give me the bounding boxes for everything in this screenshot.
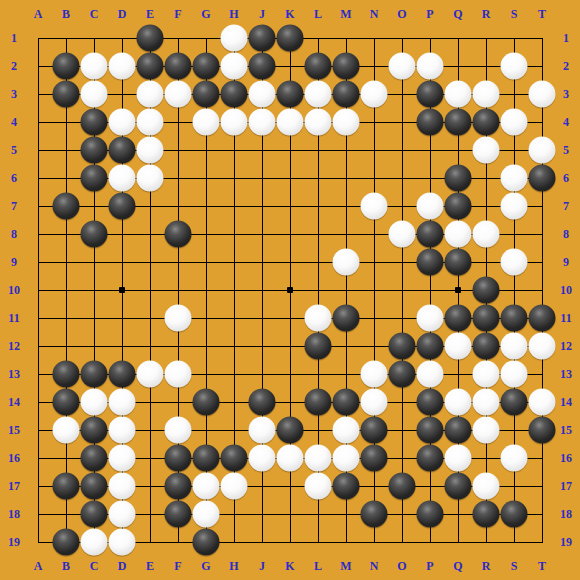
stone-black-Q17[interactable] bbox=[445, 473, 472, 500]
stone-white-D4[interactable] bbox=[109, 109, 136, 136]
row-label-left: 10 bbox=[8, 284, 20, 296]
stone-black-O13[interactable] bbox=[389, 361, 416, 388]
column-label-bottom: T bbox=[538, 560, 546, 572]
stone-white-P11[interactable] bbox=[417, 305, 444, 332]
stone-black-Q9[interactable] bbox=[445, 249, 472, 276]
stone-black-B3[interactable] bbox=[53, 81, 80, 108]
column-label-bottom: F bbox=[174, 560, 181, 572]
stone-black-C13[interactable] bbox=[81, 361, 108, 388]
column-label-bottom: R bbox=[482, 560, 491, 572]
stone-black-C16[interactable] bbox=[81, 445, 108, 472]
go-board[interactable]: AABBCCDDEEFFGGHHJJKKLLMMNNOOPPQQRRSSTT11… bbox=[0, 0, 580, 580]
stone-black-L2[interactable] bbox=[305, 53, 332, 80]
column-label-top: K bbox=[285, 8, 294, 20]
stone-white-Q16[interactable] bbox=[445, 445, 472, 472]
stone-white-C14[interactable] bbox=[81, 389, 108, 416]
stone-black-P8[interactable] bbox=[417, 221, 444, 248]
stone-white-H2[interactable] bbox=[221, 53, 248, 80]
row-label-right: 7 bbox=[563, 200, 569, 212]
row-label-right: 15 bbox=[560, 424, 572, 436]
row-label-right: 8 bbox=[563, 228, 569, 240]
stone-white-E5[interactable] bbox=[137, 137, 164, 164]
stone-white-P7[interactable] bbox=[417, 193, 444, 220]
stone-black-B2[interactable] bbox=[53, 53, 80, 80]
column-label-top: D bbox=[118, 8, 127, 20]
stone-white-S12[interactable] bbox=[501, 333, 528, 360]
stone-white-S7[interactable] bbox=[501, 193, 528, 220]
column-label-bottom: G bbox=[201, 560, 210, 572]
row-label-left: 17 bbox=[8, 480, 20, 492]
stone-black-T6[interactable] bbox=[529, 165, 556, 192]
row-label-right: 1 bbox=[563, 32, 569, 44]
grid-line-vertical bbox=[542, 38, 543, 543]
stone-white-E4[interactable] bbox=[137, 109, 164, 136]
stone-white-D15[interactable] bbox=[109, 417, 136, 444]
stone-white-J15[interactable] bbox=[249, 417, 276, 444]
stone-black-P16[interactable] bbox=[417, 445, 444, 472]
stone-white-J16[interactable] bbox=[249, 445, 276, 472]
stone-white-S16[interactable] bbox=[501, 445, 528, 472]
stone-black-J1[interactable] bbox=[249, 25, 276, 52]
stone-white-G18[interactable] bbox=[193, 501, 220, 528]
column-label-top: H bbox=[229, 8, 238, 20]
stone-black-T15[interactable] bbox=[529, 417, 556, 444]
row-label-left: 2 bbox=[11, 60, 17, 72]
stone-white-L3[interactable] bbox=[305, 81, 332, 108]
row-label-left: 16 bbox=[8, 452, 20, 464]
row-label-left: 14 bbox=[8, 396, 20, 408]
stone-white-T5[interactable] bbox=[529, 137, 556, 164]
column-label-bottom: J bbox=[259, 560, 265, 572]
stone-white-E6[interactable] bbox=[137, 165, 164, 192]
stone-black-P4[interactable] bbox=[417, 109, 444, 136]
stone-white-R14[interactable] bbox=[473, 389, 500, 416]
stone-black-C6[interactable] bbox=[81, 165, 108, 192]
stone-black-C4[interactable] bbox=[81, 109, 108, 136]
stone-white-S6[interactable] bbox=[501, 165, 528, 192]
stone-black-O12[interactable] bbox=[389, 333, 416, 360]
stone-black-R10[interactable] bbox=[473, 277, 500, 304]
stone-black-S18[interactable] bbox=[501, 501, 528, 528]
row-label-right: 17 bbox=[560, 480, 572, 492]
stone-black-F18[interactable] bbox=[165, 501, 192, 528]
stone-white-K4[interactable] bbox=[277, 109, 304, 136]
column-label-top: Q bbox=[453, 8, 462, 20]
row-label-right: 10 bbox=[560, 284, 572, 296]
stone-black-R12[interactable] bbox=[473, 333, 500, 360]
column-label-bottom: B bbox=[62, 560, 70, 572]
column-label-bottom: L bbox=[314, 560, 322, 572]
stone-black-M11[interactable] bbox=[333, 305, 360, 332]
row-label-right: 12 bbox=[560, 340, 572, 352]
stone-white-R8[interactable] bbox=[473, 221, 500, 248]
column-label-bottom: H bbox=[229, 560, 238, 572]
stone-white-C19[interactable] bbox=[81, 529, 108, 556]
stone-black-P14[interactable] bbox=[417, 389, 444, 416]
row-label-left: 4 bbox=[11, 116, 17, 128]
column-label-top: C bbox=[90, 8, 99, 20]
column-label-top: S bbox=[511, 8, 518, 20]
column-label-top: O bbox=[397, 8, 406, 20]
stone-white-H4[interactable] bbox=[221, 109, 248, 136]
star-point-Q10 bbox=[455, 287, 461, 293]
stone-white-T14[interactable] bbox=[529, 389, 556, 416]
row-label-right: 2 bbox=[563, 60, 569, 72]
row-label-left: 19 bbox=[8, 536, 20, 548]
grid-line-vertical bbox=[402, 38, 403, 543]
column-label-top: N bbox=[370, 8, 379, 20]
column-label-bottom: E bbox=[146, 560, 154, 572]
stone-white-R13[interactable] bbox=[473, 361, 500, 388]
stone-white-D16[interactable] bbox=[109, 445, 136, 472]
stone-white-F3[interactable] bbox=[165, 81, 192, 108]
stone-white-L11[interactable] bbox=[305, 305, 332, 332]
row-label-left: 18 bbox=[8, 508, 20, 520]
row-label-right: 9 bbox=[563, 256, 569, 268]
column-label-bottom: C bbox=[90, 560, 99, 572]
stone-black-M14[interactable] bbox=[333, 389, 360, 416]
stone-black-P18[interactable] bbox=[417, 501, 444, 528]
row-label-right: 13 bbox=[560, 368, 572, 380]
column-label-top: J bbox=[259, 8, 265, 20]
stone-white-N14[interactable] bbox=[361, 389, 388, 416]
stone-white-T3[interactable] bbox=[529, 81, 556, 108]
stone-black-F17[interactable] bbox=[165, 473, 192, 500]
stone-black-J2[interactable] bbox=[249, 53, 276, 80]
stone-white-Q12[interactable] bbox=[445, 333, 472, 360]
stone-white-M16[interactable] bbox=[333, 445, 360, 472]
column-label-top: T bbox=[538, 8, 546, 20]
stone-black-C15[interactable] bbox=[81, 417, 108, 444]
stone-black-Q11[interactable] bbox=[445, 305, 472, 332]
stone-white-N3[interactable] bbox=[361, 81, 388, 108]
column-label-top: R bbox=[482, 8, 491, 20]
stone-white-T12[interactable] bbox=[529, 333, 556, 360]
column-label-top: P bbox=[426, 8, 433, 20]
row-label-left: 9 bbox=[11, 256, 17, 268]
stone-black-B14[interactable] bbox=[53, 389, 80, 416]
row-label-right: 11 bbox=[560, 312, 571, 324]
stone-black-T11[interactable] bbox=[529, 305, 556, 332]
stone-white-Q14[interactable] bbox=[445, 389, 472, 416]
stone-white-Q8[interactable] bbox=[445, 221, 472, 248]
stone-white-N13[interactable] bbox=[361, 361, 388, 388]
stone-black-K3[interactable] bbox=[277, 81, 304, 108]
stone-white-R3[interactable] bbox=[473, 81, 500, 108]
stone-black-C18[interactable] bbox=[81, 501, 108, 528]
stone-black-H16[interactable] bbox=[221, 445, 248, 472]
stone-black-Q4[interactable] bbox=[445, 109, 472, 136]
stone-black-R18[interactable] bbox=[473, 501, 500, 528]
row-label-left: 12 bbox=[8, 340, 20, 352]
column-label-bottom: D bbox=[118, 560, 127, 572]
row-label-right: 3 bbox=[563, 88, 569, 100]
row-label-left: 15 bbox=[8, 424, 20, 436]
row-label-right: 16 bbox=[560, 452, 572, 464]
stone-black-G16[interactable] bbox=[193, 445, 220, 472]
stone-white-K16[interactable] bbox=[277, 445, 304, 472]
stone-white-E3[interactable] bbox=[137, 81, 164, 108]
row-label-left: 5 bbox=[11, 144, 17, 156]
row-label-right: 4 bbox=[563, 116, 569, 128]
stone-white-D17[interactable] bbox=[109, 473, 136, 500]
stone-black-P12[interactable] bbox=[417, 333, 444, 360]
row-label-right: 18 bbox=[560, 508, 572, 520]
stone-black-K15[interactable] bbox=[277, 417, 304, 444]
column-label-top: M bbox=[340, 8, 351, 20]
stone-black-D7[interactable] bbox=[109, 193, 136, 220]
star-point-D10 bbox=[119, 287, 125, 293]
column-label-bottom: O bbox=[397, 560, 406, 572]
stone-white-S4[interactable] bbox=[501, 109, 528, 136]
column-label-top: A bbox=[34, 8, 43, 20]
stone-black-G3[interactable] bbox=[193, 81, 220, 108]
stone-white-L16[interactable] bbox=[305, 445, 332, 472]
row-label-right: 6 bbox=[563, 172, 569, 184]
column-label-top: G bbox=[201, 8, 210, 20]
row-label-left: 13 bbox=[8, 368, 20, 380]
stone-white-R5[interactable] bbox=[473, 137, 500, 164]
stone-white-S9[interactable] bbox=[501, 249, 528, 276]
row-label-right: 5 bbox=[563, 144, 569, 156]
row-label-right: 14 bbox=[560, 396, 572, 408]
row-label-left: 3 bbox=[11, 88, 17, 100]
row-label-left: 1 bbox=[11, 32, 17, 44]
stone-black-F2[interactable] bbox=[165, 53, 192, 80]
row-label-right: 19 bbox=[560, 536, 572, 548]
column-label-bottom: S bbox=[511, 560, 518, 572]
stone-black-P9[interactable] bbox=[417, 249, 444, 276]
stone-white-Q3[interactable] bbox=[445, 81, 472, 108]
stone-black-F8[interactable] bbox=[165, 221, 192, 248]
stone-black-K1[interactable] bbox=[277, 25, 304, 52]
stone-black-Q15[interactable] bbox=[445, 417, 472, 444]
star-point-K10 bbox=[287, 287, 293, 293]
row-label-left: 11 bbox=[8, 312, 19, 324]
stone-black-S11[interactable] bbox=[501, 305, 528, 332]
stone-white-L17[interactable] bbox=[305, 473, 332, 500]
column-label-top: L bbox=[314, 8, 322, 20]
row-label-left: 8 bbox=[11, 228, 17, 240]
stone-black-R11[interactable] bbox=[473, 305, 500, 332]
stone-white-H17[interactable] bbox=[221, 473, 248, 500]
stone-white-D2[interactable] bbox=[109, 53, 136, 80]
stone-white-M9[interactable] bbox=[333, 249, 360, 276]
stone-white-F13[interactable] bbox=[165, 361, 192, 388]
stone-white-M15[interactable] bbox=[333, 417, 360, 444]
stone-black-C17[interactable] bbox=[81, 473, 108, 500]
row-label-left: 7 bbox=[11, 200, 17, 212]
stone-black-Q6[interactable] bbox=[445, 165, 472, 192]
stone-black-D5[interactable] bbox=[109, 137, 136, 164]
stone-white-C2[interactable] bbox=[81, 53, 108, 80]
stone-black-E1[interactable] bbox=[137, 25, 164, 52]
stone-white-S13[interactable] bbox=[501, 361, 528, 388]
stone-black-M3[interactable] bbox=[333, 81, 360, 108]
stone-black-R4[interactable] bbox=[473, 109, 500, 136]
row-label-left: 6 bbox=[11, 172, 17, 184]
stone-black-H3[interactable] bbox=[221, 81, 248, 108]
stone-white-D6[interactable] bbox=[109, 165, 136, 192]
stone-white-B15[interactable] bbox=[53, 417, 80, 444]
stone-white-R15[interactable] bbox=[473, 417, 500, 444]
stone-black-B13[interactable] bbox=[53, 361, 80, 388]
column-label-bottom: M bbox=[340, 560, 351, 572]
stone-white-F11[interactable] bbox=[165, 305, 192, 332]
stone-white-O2[interactable] bbox=[389, 53, 416, 80]
stone-white-L4[interactable] bbox=[305, 109, 332, 136]
stone-black-G14[interactable] bbox=[193, 389, 220, 416]
stone-black-C5[interactable] bbox=[81, 137, 108, 164]
stone-white-R17[interactable] bbox=[473, 473, 500, 500]
stone-black-E2[interactable] bbox=[137, 53, 164, 80]
stone-white-D18[interactable] bbox=[109, 501, 136, 528]
stone-white-J3[interactable] bbox=[249, 81, 276, 108]
stone-white-M4[interactable] bbox=[333, 109, 360, 136]
stone-black-P3[interactable] bbox=[417, 81, 444, 108]
stone-white-O8[interactable] bbox=[389, 221, 416, 248]
stone-black-N16[interactable] bbox=[361, 445, 388, 472]
stone-black-C8[interactable] bbox=[81, 221, 108, 248]
stone-black-N15[interactable] bbox=[361, 417, 388, 444]
stone-black-F16[interactable] bbox=[165, 445, 192, 472]
stone-black-B17[interactable] bbox=[53, 473, 80, 500]
column-label-bottom: A bbox=[34, 560, 43, 572]
column-label-top: E bbox=[146, 8, 154, 20]
stone-black-P15[interactable] bbox=[417, 417, 444, 444]
column-label-bottom: K bbox=[285, 560, 294, 572]
stone-white-P2[interactable] bbox=[417, 53, 444, 80]
stone-black-M17[interactable] bbox=[333, 473, 360, 500]
stone-black-G19[interactable] bbox=[193, 529, 220, 556]
stone-white-N7[interactable] bbox=[361, 193, 388, 220]
stone-white-H1[interactable] bbox=[221, 25, 248, 52]
stone-black-D13[interactable] bbox=[109, 361, 136, 388]
column-label-bottom: P bbox=[426, 560, 433, 572]
column-label-top: F bbox=[174, 8, 181, 20]
column-label-top: B bbox=[62, 8, 70, 20]
stone-white-G4[interactable] bbox=[193, 109, 220, 136]
column-label-bottom: Q bbox=[453, 560, 462, 572]
stone-white-D19[interactable] bbox=[109, 529, 136, 556]
stone-black-G2[interactable] bbox=[193, 53, 220, 80]
stone-black-S14[interactable] bbox=[501, 389, 528, 416]
stone-black-L14[interactable] bbox=[305, 389, 332, 416]
stone-white-C3[interactable] bbox=[81, 81, 108, 108]
stone-black-M2[interactable] bbox=[333, 53, 360, 80]
stone-black-Q7[interactable] bbox=[445, 193, 472, 220]
stone-white-S2[interactable] bbox=[501, 53, 528, 80]
stone-white-D14[interactable] bbox=[109, 389, 136, 416]
stone-white-G17[interactable] bbox=[193, 473, 220, 500]
stone-black-N18[interactable] bbox=[361, 501, 388, 528]
stone-black-O17[interactable] bbox=[389, 473, 416, 500]
stone-black-L12[interactable] bbox=[305, 333, 332, 360]
stone-white-F15[interactable] bbox=[165, 417, 192, 444]
stone-white-P13[interactable] bbox=[417, 361, 444, 388]
stone-black-B19[interactable] bbox=[53, 529, 80, 556]
stone-white-J4[interactable] bbox=[249, 109, 276, 136]
stone-white-E13[interactable] bbox=[137, 361, 164, 388]
column-label-bottom: N bbox=[370, 560, 379, 572]
stone-black-J14[interactable] bbox=[249, 389, 276, 416]
stone-black-B7[interactable] bbox=[53, 193, 80, 220]
